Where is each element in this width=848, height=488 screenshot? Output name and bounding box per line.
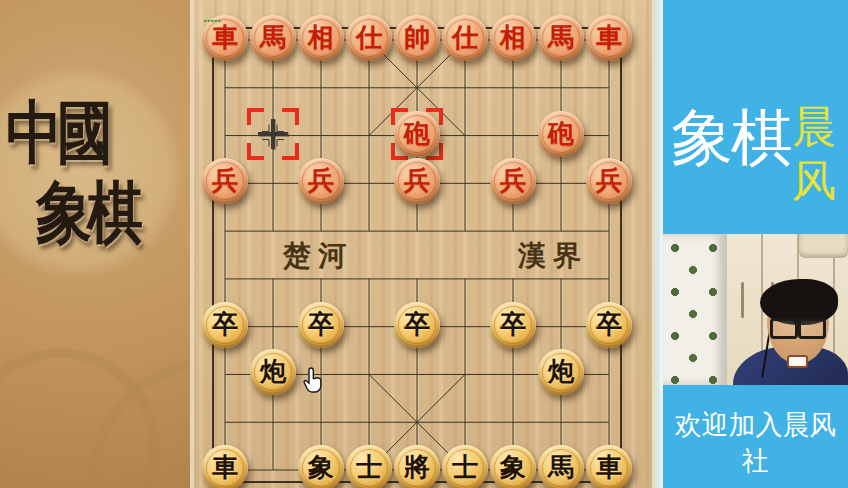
- crosshair-icon: [258, 119, 288, 149]
- piece-black-車[interactable]: 車: [586, 445, 632, 488]
- piece-red-兵[interactable]: 兵: [202, 158, 248, 204]
- brand-subtitle: 晨风: [792, 100, 840, 208]
- piece-black-卒[interactable]: 卒: [202, 302, 248, 348]
- piece-black-將[interactable]: 將: [394, 445, 440, 488]
- piece-black-車[interactable]: 車: [202, 445, 248, 488]
- xiangqi-board[interactable]: ▪▪▪▪▪ 楚河漢界 車馬相仕帥仕相馬車砲砲兵兵兵兵兵卒卒卒卒卒炮炮車象士將士象…: [190, 0, 660, 488]
- piece-red-馬[interactable]: 馬: [538, 15, 584, 61]
- piece-red-車[interactable]: 車: [586, 15, 632, 61]
- piece-black-象[interactable]: 象: [490, 445, 536, 488]
- piece-black-馬[interactable]: 馬: [538, 445, 584, 488]
- left-banner-title-line2: 象棋: [36, 168, 138, 261]
- recruit-banner: 欢迎加入晨风社: [663, 407, 848, 479]
- piece-black-象[interactable]: 象: [298, 445, 344, 488]
- piece-red-帥[interactable]: 帥: [394, 15, 440, 61]
- piece-black-卒[interactable]: 卒: [394, 302, 440, 348]
- right-banner: 象棋 晨风 欢迎加入晨风社: [660, 0, 848, 488]
- stream-layout: 中國 象棋 ▪▪▪▪▪ 楚河漢界 車馬相仕帥仕相馬車砲砲兵兵兵兵兵卒卒卒卒卒炮炮…: [0, 0, 848, 488]
- piece-red-兵[interactable]: 兵: [298, 158, 344, 204]
- shelf-item: [799, 234, 848, 258]
- left-banner-title-line1: 中國: [6, 88, 108, 181]
- curtain: [663, 234, 727, 385]
- piece-black-卒[interactable]: 卒: [586, 302, 632, 348]
- last-move-from-marker: [247, 108, 299, 160]
- piece-red-兵[interactable]: 兵: [394, 158, 440, 204]
- mouse-cursor-hand-icon: [302, 365, 326, 395]
- piece-red-相[interactable]: 相: [490, 15, 536, 61]
- wardrobe-handle: [741, 282, 744, 318]
- piece-black-卒[interactable]: 卒: [298, 302, 344, 348]
- glasses-lens: [798, 318, 826, 339]
- piece-red-相[interactable]: 相: [298, 15, 344, 61]
- svg-text:楚河: 楚河: [282, 240, 353, 271]
- piece-red-仕[interactable]: 仕: [346, 15, 392, 61]
- board-grid: 楚河漢界: [190, 0, 660, 488]
- piece-red-仕[interactable]: 仕: [442, 15, 488, 61]
- streamer-mouth: [787, 355, 808, 368]
- piece-black-士[interactable]: 士: [442, 445, 488, 488]
- webcam-video: [663, 234, 848, 385]
- svg-text:漢界: 漢界: [517, 240, 588, 271]
- piece-red-馬[interactable]: 馬: [250, 15, 296, 61]
- brand-title: 象棋: [671, 96, 791, 180]
- glasses: [770, 318, 826, 336]
- piece-red-兵[interactable]: 兵: [586, 158, 632, 204]
- piece-red-兵[interactable]: 兵: [490, 158, 536, 204]
- piece-red-砲[interactable]: 砲: [538, 111, 584, 157]
- left-banner: 中國 象棋: [0, 0, 190, 488]
- piece-red-砲[interactable]: 砲: [394, 111, 440, 157]
- piece-black-卒[interactable]: 卒: [490, 302, 536, 348]
- watermark-dots: ▪▪▪▪▪: [204, 17, 221, 24]
- piece-black-士[interactable]: 士: [346, 445, 392, 488]
